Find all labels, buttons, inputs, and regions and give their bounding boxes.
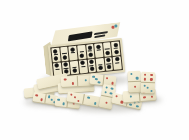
- stored-domino-tile: [111, 41, 120, 55]
- domino-half: [128, 81, 142, 93]
- pip-red: [143, 96, 146, 99]
- pip-red: [134, 86, 137, 89]
- pip-red: [151, 96, 154, 99]
- domino-standing-a: [127, 71, 141, 93]
- stored-domino-tile: [87, 58, 96, 72]
- stored-domino-tile: [77, 45, 86, 59]
- pip-red: [115, 95, 118, 98]
- box-lid-mini-domino-teal: [114, 24, 117, 27]
- pip-red: [144, 73, 146, 75]
- stored-domino-tile: [60, 47, 69, 61]
- pip-red: [150, 78, 152, 80]
- stored-domino-tile: [103, 42, 112, 56]
- box-lid-label: [68, 31, 93, 41]
- pip-red: [40, 98, 43, 101]
- pip-teal: [136, 105, 139, 108]
- pip-teal: [94, 102, 97, 105]
- pip-teal: [105, 86, 108, 89]
- pip-red: [111, 82, 114, 85]
- pip-teal: [129, 103, 132, 106]
- domino-half: [61, 76, 78, 87]
- pip-teal: [57, 98, 60, 101]
- domino-half: [141, 72, 155, 82]
- pip-red: [77, 99, 80, 102]
- domino-half: [90, 74, 103, 85]
- pip-teal: [85, 79, 88, 82]
- stored-domino-tile: [79, 59, 88, 73]
- product-photo-dominoes-set: [0, 0, 189, 140]
- pip-red: [105, 101, 108, 104]
- stored-domino-tile: [86, 44, 95, 58]
- pip-red: [106, 77, 109, 80]
- pip-teal: [136, 77, 139, 80]
- pip-teal: [87, 96, 90, 99]
- pip-red: [150, 74, 152, 76]
- pip-red: [71, 82, 74, 85]
- pip-red: [70, 93, 73, 96]
- pip-teal: [150, 89, 152, 91]
- pip-red: [74, 96, 77, 99]
- pip-red: [64, 78, 67, 81]
- stored-domino-tile: [113, 56, 122, 70]
- pip-teal: [147, 87, 149, 89]
- domino-standing-b: [141, 72, 156, 93]
- pip-teal: [62, 103, 65, 106]
- pip-red: [35, 94, 38, 97]
- stored-domino-rows: [50, 40, 123, 77]
- box-lid-text-line: [94, 34, 105, 37]
- stored-domino-tile: [96, 58, 105, 72]
- stored-domino-tile: [104, 57, 113, 71]
- pip-teal: [143, 84, 145, 86]
- pip-teal: [130, 73, 133, 76]
- stored-domino-tile: [68, 46, 77, 60]
- stored-domino-tile: [70, 60, 79, 74]
- domino-half: [141, 82, 155, 93]
- stored-domino-tile: [51, 48, 60, 62]
- stored-domino-tile: [94, 43, 103, 57]
- pip-teal: [130, 95, 133, 98]
- pip-red: [144, 78, 146, 80]
- pip-teal: [98, 81, 101, 84]
- pip-teal: [133, 101, 136, 104]
- pip-teal: [111, 87, 114, 90]
- pip-teal: [104, 91, 107, 94]
